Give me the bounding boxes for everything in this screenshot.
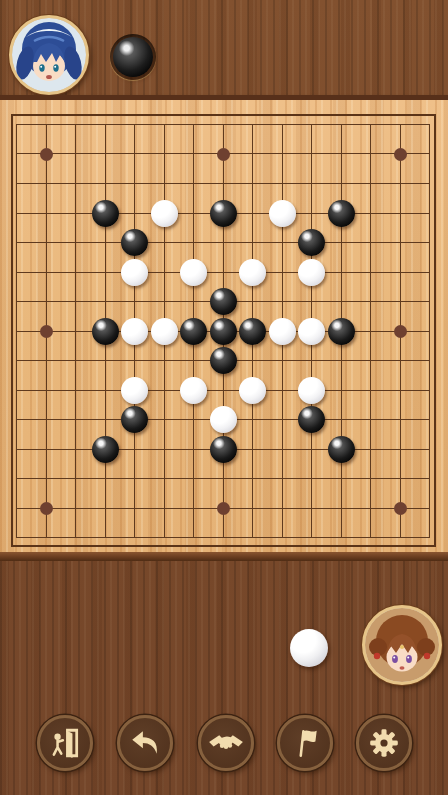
- black-stone: [328, 318, 355, 345]
- black-stone: [210, 436, 237, 463]
- white-stone: [298, 377, 325, 404]
- gear-icon: [367, 726, 401, 760]
- white-stone: [180, 259, 207, 286]
- white-stone: [151, 318, 178, 345]
- brown-hair-avatar-art: [365, 608, 439, 682]
- white-stone: [269, 318, 296, 345]
- white-stone: [180, 377, 207, 404]
- black-stone: [298, 406, 325, 433]
- white-stone: [210, 406, 237, 433]
- black-stone: [92, 200, 119, 227]
- white-stone: [298, 318, 325, 345]
- black-stone: [328, 436, 355, 463]
- black-stone: [210, 318, 237, 345]
- bottom-player-avatar: [362, 605, 442, 685]
- black-stone: [210, 288, 237, 315]
- board-bottom-edge: [0, 552, 448, 561]
- white-stone: [121, 259, 148, 286]
- undo-arrow-icon: [128, 726, 162, 760]
- black-stone: [121, 229, 148, 256]
- stones-layer[interactable]: [2, 110, 445, 553]
- black-stone: [121, 406, 148, 433]
- black-stone: [180, 318, 207, 345]
- top-player-avatar: [9, 15, 89, 95]
- white-stone: [121, 377, 148, 404]
- blue-hair-avatar-art: [12, 18, 86, 92]
- black-stone: [92, 436, 119, 463]
- draw-offer-button[interactable]: [198, 715, 254, 771]
- white-stone: [121, 318, 148, 345]
- white-stone: [269, 200, 296, 227]
- white-stone: [239, 377, 266, 404]
- undo-button[interactable]: [117, 715, 173, 771]
- bottom-player-white-stone-indicator: [290, 629, 328, 667]
- flag-icon: [288, 726, 322, 760]
- exit-button[interactable]: [37, 715, 93, 771]
- white-stone: [239, 259, 266, 286]
- surrender-button[interactable]: [277, 715, 333, 771]
- door-exit-icon: [48, 726, 82, 760]
- black-stone: [328, 200, 355, 227]
- black-stone: [239, 318, 266, 345]
- board-top-seam: [0, 95, 448, 100]
- black-stone: [298, 229, 325, 256]
- settings-button[interactable]: [356, 715, 412, 771]
- white-stone: [151, 200, 178, 227]
- white-stone: [298, 259, 325, 286]
- black-stone: [210, 347, 237, 374]
- top-player-black-stone-indicator: [113, 37, 153, 77]
- handshake-icon: [208, 725, 244, 761]
- black-stone: [210, 200, 237, 227]
- black-stone: [92, 318, 119, 345]
